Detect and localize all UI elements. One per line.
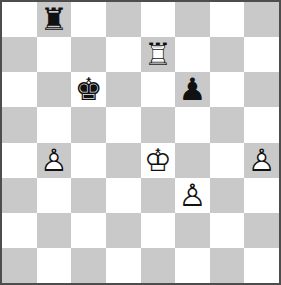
square-a8[interactable] [2, 2, 37, 37]
square-c1[interactable] [71, 248, 106, 283]
square-a4[interactable] [2, 143, 37, 178]
white-king-glyph: ♔ [144, 145, 172, 176]
square-f7[interactable] [175, 37, 210, 72]
square-h8[interactable] [244, 2, 279, 37]
square-d6[interactable] [106, 72, 141, 107]
square-c2[interactable] [71, 213, 106, 248]
square-h6[interactable] [244, 72, 279, 107]
square-b1[interactable] [37, 248, 72, 283]
square-f4[interactable] [175, 143, 210, 178]
square-c5[interactable] [71, 107, 106, 142]
square-g8[interactable] [210, 2, 245, 37]
square-d7[interactable] [106, 37, 141, 72]
piece-white-pawn[interactable]: ♟♙ [248, 145, 276, 176]
square-c7[interactable] [71, 37, 106, 72]
square-e6[interactable] [141, 72, 176, 107]
square-a2[interactable] [2, 213, 37, 248]
square-e3[interactable] [141, 178, 176, 213]
square-d1[interactable] [106, 248, 141, 283]
square-g2[interactable] [210, 213, 245, 248]
square-e5[interactable] [141, 107, 176, 142]
square-a7[interactable] [2, 37, 37, 72]
piece-white-king[interactable]: ♚♔ [144, 145, 172, 176]
piece-white-pawn[interactable]: ♟♙ [179, 180, 207, 211]
black-pawn-glyph: ♟ [179, 74, 207, 105]
chess-board: ♜♜♖♚♟♟♙♚♔♟♙♟♙ [2, 2, 279, 283]
square-h5[interactable] [244, 107, 279, 142]
square-a6[interactable] [2, 72, 37, 107]
square-c6[interactable]: ♚ [71, 72, 106, 107]
square-d4[interactable] [106, 143, 141, 178]
square-g7[interactable] [210, 37, 245, 72]
square-d8[interactable] [106, 2, 141, 37]
square-h4[interactable]: ♟♙ [244, 143, 279, 178]
black-rook-glyph: ♜ [40, 4, 68, 35]
square-b3[interactable] [37, 178, 72, 213]
square-f1[interactable] [175, 248, 210, 283]
square-e4[interactable]: ♚♔ [141, 143, 176, 178]
piece-white-rook[interactable]: ♜♖ [144, 39, 172, 70]
square-d3[interactable] [106, 178, 141, 213]
square-b6[interactable] [37, 72, 72, 107]
piece-black-king[interactable]: ♚ [75, 74, 103, 105]
square-c4[interactable] [71, 143, 106, 178]
square-b2[interactable] [37, 213, 72, 248]
square-b7[interactable] [37, 37, 72, 72]
square-e1[interactable] [141, 248, 176, 283]
square-g3[interactable] [210, 178, 245, 213]
piece-black-rook[interactable]: ♜ [40, 4, 68, 35]
piece-black-pawn[interactable]: ♟ [179, 74, 207, 105]
square-a5[interactable] [2, 107, 37, 142]
square-g1[interactable] [210, 248, 245, 283]
square-e7[interactable]: ♜♖ [141, 37, 176, 72]
square-b5[interactable] [37, 107, 72, 142]
white-rook-glyph: ♖ [144, 39, 172, 70]
square-b4[interactable]: ♟♙ [37, 143, 72, 178]
piece-white-pawn[interactable]: ♟♙ [40, 145, 68, 176]
square-b8[interactable]: ♜ [37, 2, 72, 37]
square-d2[interactable] [106, 213, 141, 248]
square-a3[interactable] [2, 178, 37, 213]
square-h3[interactable] [244, 178, 279, 213]
square-g5[interactable] [210, 107, 245, 142]
square-d5[interactable] [106, 107, 141, 142]
white-pawn-glyph: ♙ [179, 180, 207, 211]
square-h1[interactable] [244, 248, 279, 283]
square-f5[interactable] [175, 107, 210, 142]
square-g4[interactable] [210, 143, 245, 178]
square-f6[interactable]: ♟ [175, 72, 210, 107]
square-f2[interactable] [175, 213, 210, 248]
square-c3[interactable] [71, 178, 106, 213]
square-g6[interactable] [210, 72, 245, 107]
white-pawn-glyph: ♙ [40, 145, 68, 176]
square-h2[interactable] [244, 213, 279, 248]
square-h7[interactable] [244, 37, 279, 72]
square-a1[interactable] [2, 248, 37, 283]
square-e8[interactable] [141, 2, 176, 37]
square-e2[interactable] [141, 213, 176, 248]
chess-board-frame: ♜♜♖♚♟♟♙♚♔♟♙♟♙ [0, 0, 281, 285]
black-king-glyph: ♚ [75, 74, 103, 105]
square-c8[interactable] [71, 2, 106, 37]
square-f8[interactable] [175, 2, 210, 37]
square-f3[interactable]: ♟♙ [175, 178, 210, 213]
white-pawn-glyph: ♙ [248, 145, 276, 176]
